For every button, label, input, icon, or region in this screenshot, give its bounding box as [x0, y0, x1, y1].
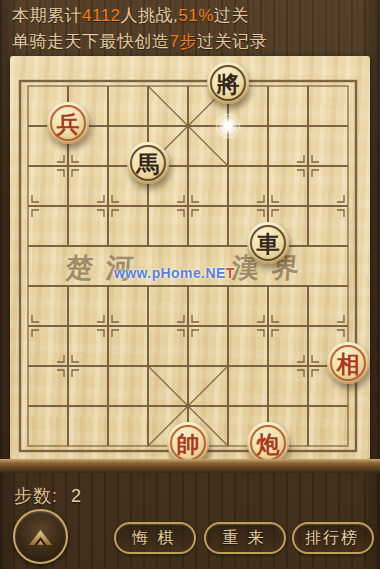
piece-character: 將 — [217, 72, 240, 95]
banner-record-steps: 7步 — [170, 32, 197, 51]
piece-black-general[interactable]: 將 — [207, 62, 249, 104]
top-banner: 本期累计4112人挑战,51%过关 单骑走天下最快创造7步过关记录 — [0, 0, 380, 56]
piece-character: 車 — [257, 232, 280, 255]
piece-character: 炮 — [257, 432, 280, 455]
banner-pass-rate: 51% — [178, 6, 214, 25]
restart-button[interactable]: 重来 — [204, 522, 286, 554]
banner-text: 单骑走天下最快创造 — [12, 32, 170, 51]
step-counter-label: 步数: — [14, 486, 58, 506]
watermark: www.pHome.NET — [114, 265, 235, 281]
banner-text: 人挑战, — [121, 6, 179, 25]
xiangqi-board[interactable]: 楚河 漢界 www.pHome.NET 將兵馬車相帥炮 — [10, 56, 370, 460]
chevron-up-icon — [15, 511, 66, 562]
piece-character: 兵 — [57, 112, 80, 135]
piece-character: 帥 — [177, 432, 200, 455]
banner-line-1: 本期累计4112人挑战,51%过关 — [12, 3, 380, 29]
undo-button[interactable]: 悔棋 — [114, 522, 196, 554]
banner-line-2: 单骑走天下最快创造7步过关记录 — [12, 29, 380, 55]
piece-character: 相 — [337, 352, 360, 375]
piece-red-elephant[interactable]: 相 — [327, 342, 369, 384]
piece-red-soldier[interactable]: 兵 — [47, 102, 89, 144]
piece-black-chariot[interactable]: 車 — [247, 222, 289, 264]
banner-number-challengers: 4112 — [82, 6, 121, 25]
step-counter: 步数:2 — [14, 484, 82, 508]
banner-text: 本期累计 — [12, 6, 82, 25]
piece-red-general[interactable]: 帥 — [167, 422, 209, 464]
banner-text: 过关 — [214, 6, 249, 25]
step-counter-value: 2 — [71, 486, 82, 506]
banner-text: 过关记录 — [197, 32, 267, 51]
piece-red-cannon[interactable]: 炮 — [247, 422, 289, 464]
bottom-bar: 步数:2 悔棋 重来 排行榜 — [0, 473, 380, 569]
piece-black-horse[interactable]: 馬 — [127, 142, 169, 184]
board-bottom-edge — [0, 459, 380, 473]
app-screen: 本期累计4112人挑战,51%过关 单骑走天下最快创造7步过关记录 楚河 漢界 … — [0, 0, 380, 569]
expand-button[interactable] — [13, 509, 68, 564]
leaderboard-button[interactable]: 排行榜 — [292, 522, 374, 554]
piece-character: 馬 — [137, 152, 160, 175]
